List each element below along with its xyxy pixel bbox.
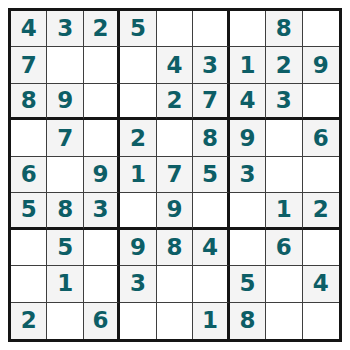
cell-r5c7[interactable]: 3 [230,157,266,193]
cell-r7c1[interactable] [11,230,47,266]
cell-r5c2[interactable] [47,157,83,193]
cell-r7c5[interactable]: 8 [157,230,193,266]
cell-r1c4[interactable]: 5 [120,11,156,47]
cell-r5c4[interactable]: 1 [120,157,156,193]
cell-r2c6[interactable]: 3 [193,47,229,83]
cell-r3c8[interactable]: 3 [266,84,302,120]
cell-r5c5[interactable]: 7 [157,157,193,193]
cell-r3c3[interactable] [84,84,120,120]
cell-r1c8[interactable]: 8 [266,11,302,47]
cell-r7c9[interactable] [303,230,339,266]
cell-r6c2[interactable]: 8 [47,193,83,229]
cell-r3c5[interactable]: 2 [157,84,193,120]
cell-r1c9[interactable] [303,11,339,47]
cell-r1c2[interactable]: 3 [47,11,83,47]
cell-r2c9[interactable]: 9 [303,47,339,83]
cell-r6c4[interactable] [120,193,156,229]
cell-r3c2[interactable]: 9 [47,84,83,120]
cell-r4c5[interactable] [157,120,193,156]
cell-r2c1[interactable]: 7 [11,47,47,83]
cell-r6c6[interactable] [193,193,229,229]
cell-r1c6[interactable] [193,11,229,47]
cell-r1c1[interactable]: 4 [11,11,47,47]
cell-r8c7[interactable]: 5 [230,266,266,302]
cell-r6c7[interactable] [230,193,266,229]
cell-r7c3[interactable] [84,230,120,266]
cell-r3c7[interactable]: 4 [230,84,266,120]
cell-r5c1[interactable]: 6 [11,157,47,193]
cell-r8c1[interactable] [11,266,47,302]
cell-r7c6[interactable]: 4 [193,230,229,266]
cell-r4c3[interactable] [84,120,120,156]
cell-r2c3[interactable] [84,47,120,83]
sudoku-page: 4325874312989274372896691753583912598461… [0,0,350,350]
cell-r4c9[interactable]: 6 [303,120,339,156]
cell-r8c8[interactable] [266,266,302,302]
cell-r6c5[interactable]: 9 [157,193,193,229]
cell-r1c5[interactable] [157,11,193,47]
cell-r5c8[interactable] [266,157,302,193]
sudoku-board: 4325874312989274372896691753583912598461… [8,8,342,342]
cell-r6c1[interactable]: 5 [11,193,47,229]
cell-r9c7[interactable]: 8 [230,303,266,339]
cell-r8c3[interactable] [84,266,120,302]
cell-r6c3[interactable]: 3 [84,193,120,229]
cell-r7c8[interactable]: 6 [266,230,302,266]
cell-r9c4[interactable] [120,303,156,339]
cell-r7c4[interactable]: 9 [120,230,156,266]
cell-r2c7[interactable]: 1 [230,47,266,83]
cell-r4c6[interactable]: 8 [193,120,229,156]
cell-r5c3[interactable]: 9 [84,157,120,193]
cell-r8c2[interactable]: 1 [47,266,83,302]
cell-r6c9[interactable]: 2 [303,193,339,229]
cell-r7c7[interactable] [230,230,266,266]
cell-r9c8[interactable] [266,303,302,339]
cell-r6c8[interactable]: 1 [266,193,302,229]
cell-r9c6[interactable]: 1 [193,303,229,339]
cell-r2c5[interactable]: 4 [157,47,193,83]
cell-r8c9[interactable]: 4 [303,266,339,302]
cell-r4c1[interactable] [11,120,47,156]
cell-r8c5[interactable] [157,266,193,302]
cell-r2c4[interactable] [120,47,156,83]
cell-r4c4[interactable]: 2 [120,120,156,156]
cell-r9c5[interactable] [157,303,193,339]
cell-r2c8[interactable]: 2 [266,47,302,83]
cell-r3c1[interactable]: 8 [11,84,47,120]
cell-r4c2[interactable]: 7 [47,120,83,156]
cell-r3c6[interactable]: 7 [193,84,229,120]
cell-r9c9[interactable] [303,303,339,339]
cell-r9c1[interactable]: 2 [11,303,47,339]
cell-r3c9[interactable] [303,84,339,120]
cell-r7c2[interactable]: 5 [47,230,83,266]
cell-r3c4[interactable] [120,84,156,120]
cell-r4c7[interactable]: 9 [230,120,266,156]
cell-r1c7[interactable] [230,11,266,47]
cell-r5c9[interactable] [303,157,339,193]
cell-r2c2[interactable] [47,47,83,83]
cell-r5c6[interactable]: 5 [193,157,229,193]
cell-r1c3[interactable]: 2 [84,11,120,47]
cell-r9c3[interactable]: 6 [84,303,120,339]
cell-r8c4[interactable]: 3 [120,266,156,302]
cell-r9c2[interactable] [47,303,83,339]
cell-r4c8[interactable] [266,120,302,156]
cell-r8c6[interactable] [193,266,229,302]
